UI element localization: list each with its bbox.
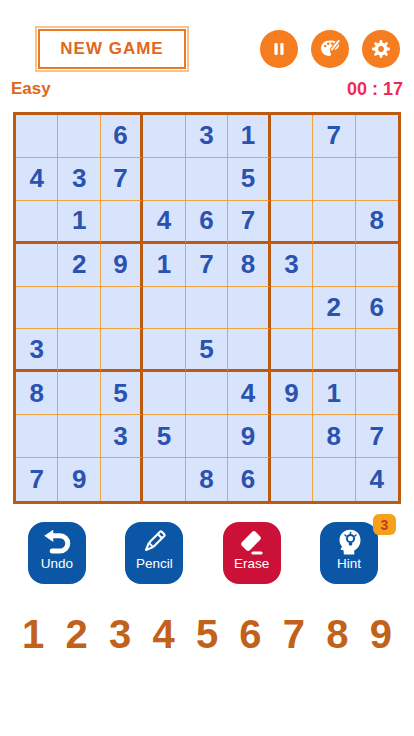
cell-r2c8[interactable] <box>313 158 355 201</box>
cell-r3c5[interactable]: 6 <box>186 201 228 244</box>
cell-r5c4[interactable] <box>143 287 185 330</box>
numpad-digit-4[interactable]: 4 <box>152 614 174 654</box>
cell-r5c5[interactable] <box>186 287 228 330</box>
cell-r8c8[interactable]: 8 <box>313 415 355 458</box>
theme-button[interactable] <box>311 30 349 68</box>
cell-r2c3[interactable]: 7 <box>101 158 143 201</box>
palette-icon <box>318 37 342 61</box>
cell-r5c7[interactable] <box>271 287 313 330</box>
cell-r9c3[interactable] <box>101 458 143 501</box>
numpad-digit-7[interactable]: 7 <box>283 614 305 654</box>
cell-r4c8[interactable] <box>313 244 355 287</box>
cell-r6c2[interactable] <box>58 329 100 372</box>
cell-r4c2[interactable]: 2 <box>58 244 100 287</box>
cell-r3c3[interactable] <box>101 201 143 244</box>
cell-r2c1[interactable]: 4 <box>16 158 58 201</box>
numpad: 123456789 <box>0 614 414 654</box>
hint-label: Hint <box>337 556 361 571</box>
cell-r1c3[interactable]: 6 <box>101 115 143 158</box>
cell-r6c5[interactable]: 5 <box>186 329 228 372</box>
cell-r3c9[interactable]: 8 <box>356 201 398 244</box>
cell-r6c4[interactable] <box>143 329 185 372</box>
cell-r2c9[interactable] <box>356 158 398 201</box>
cell-r3c8[interactable] <box>313 201 355 244</box>
cell-r9c8[interactable] <box>313 458 355 501</box>
pause-button[interactable] <box>260 30 298 68</box>
cell-r1c8[interactable]: 7 <box>313 115 355 158</box>
settings-gear-icon <box>369 37 393 61</box>
cell-r7c8[interactable]: 1 <box>313 372 355 415</box>
cell-r4c9[interactable] <box>356 244 398 287</box>
timer: 00 : 17 <box>347 79 403 100</box>
sudoku-app: NEW GAME <box>0 0 414 736</box>
cell-r2c7[interactable] <box>271 158 313 201</box>
undo-label: Undo <box>41 556 73 571</box>
cell-r6c6[interactable] <box>228 329 270 372</box>
cell-r5c1[interactable] <box>16 287 58 330</box>
cell-r4c4[interactable]: 1 <box>143 244 185 287</box>
cell-r9c7[interactable] <box>271 458 313 501</box>
header-icon-buttons <box>260 30 400 68</box>
cell-r6c1[interactable]: 3 <box>16 329 58 372</box>
cell-r1c2[interactable] <box>58 115 100 158</box>
cell-r4c6[interactable]: 8 <box>228 244 270 287</box>
cell-r2c5[interactable] <box>186 158 228 201</box>
cell-r7c5[interactable] <box>186 372 228 415</box>
cell-r6c9[interactable] <box>356 329 398 372</box>
cell-r8c6[interactable]: 9 <box>228 415 270 458</box>
cell-r3c2[interactable]: 1 <box>58 201 100 244</box>
numpad-digit-9[interactable]: 9 <box>370 614 392 654</box>
cell-r5c9[interactable]: 6 <box>356 287 398 330</box>
cell-r3c7[interactable] <box>271 201 313 244</box>
cell-r8c1[interactable] <box>16 415 58 458</box>
erase-label: Erase <box>234 556 269 571</box>
sudoku-board: 63174375146782917832635854913598779864 <box>13 112 401 504</box>
numpad-digit-2[interactable]: 2 <box>65 614 87 654</box>
cell-r9c2[interactable]: 9 <box>58 458 100 501</box>
cell-r3c1[interactable] <box>16 201 58 244</box>
pencil-button[interactable]: Pencil <box>125 522 183 584</box>
cell-r5c8[interactable]: 2 <box>313 287 355 330</box>
cell-r2c6[interactable]: 5 <box>228 158 270 201</box>
numpad-digit-8[interactable]: 8 <box>326 614 348 654</box>
cell-r8c5[interactable] <box>186 415 228 458</box>
cell-r9c6[interactable]: 6 <box>228 458 270 501</box>
cell-r9c4[interactable] <box>143 458 185 501</box>
new-game-button[interactable]: NEW GAME <box>38 29 186 69</box>
pencil-label: Pencil <box>136 556 173 571</box>
cell-r1c1[interactable] <box>16 115 58 158</box>
cell-r8c7[interactable] <box>271 415 313 458</box>
cell-r3c6[interactable]: 7 <box>228 201 270 244</box>
difficulty-label: Easy <box>11 79 51 99</box>
cell-r6c3[interactable] <box>101 329 143 372</box>
cell-r4c7[interactable]: 3 <box>271 244 313 287</box>
cell-r7c9[interactable] <box>356 372 398 415</box>
cell-r1c5[interactable]: 3 <box>186 115 228 158</box>
erase-button[interactable]: Erase <box>223 522 281 584</box>
numpad-digit-3[interactable]: 3 <box>109 614 131 654</box>
status-bar: Easy 00 : 17 <box>0 76 414 102</box>
cell-r8c3[interactable]: 3 <box>101 415 143 458</box>
toolbar: Undo Pencil <box>0 522 414 584</box>
cell-r9c5[interactable]: 8 <box>186 458 228 501</box>
cell-r2c4[interactable] <box>143 158 185 201</box>
pencil-icon <box>139 527 169 557</box>
cell-r7c3[interactable]: 5 <box>101 372 143 415</box>
cell-r8c4[interactable]: 5 <box>143 415 185 458</box>
settings-button[interactable] <box>362 30 400 68</box>
undo-button[interactable]: Undo <box>28 522 86 584</box>
cell-r1c4[interactable] <box>143 115 185 158</box>
numpad-digit-1[interactable]: 1 <box>22 614 44 654</box>
cell-r9c9[interactable]: 4 <box>356 458 398 501</box>
cell-r1c6[interactable]: 1 <box>228 115 270 158</box>
cell-r6c7[interactable] <box>271 329 313 372</box>
numpad-digit-5[interactable]: 5 <box>196 614 218 654</box>
cell-r9c1[interactable]: 7 <box>16 458 58 501</box>
hint-head-bulb-icon <box>334 527 364 557</box>
undo-icon <box>42 527 72 557</box>
cell-r4c3[interactable]: 9 <box>101 244 143 287</box>
cell-r1c7[interactable] <box>271 115 313 158</box>
numpad-digit-6[interactable]: 6 <box>239 614 261 654</box>
header: NEW GAME <box>0 28 414 70</box>
cell-r8c9[interactable]: 7 <box>356 415 398 458</box>
pause-icon <box>268 38 290 60</box>
cell-r7c6[interactable]: 4 <box>228 372 270 415</box>
cell-r5c3[interactable] <box>101 287 143 330</box>
cell-r7c1[interactable]: 8 <box>16 372 58 415</box>
hint-count-badge: 3 <box>373 514 396 535</box>
cell-r3c4[interactable]: 4 <box>143 201 185 244</box>
cell-r1c9[interactable] <box>356 115 398 158</box>
cell-r8c2[interactable] <box>58 415 100 458</box>
cell-r5c2[interactable] <box>58 287 100 330</box>
cell-r6c8[interactable] <box>313 329 355 372</box>
cell-r2c2[interactable]: 3 <box>58 158 100 201</box>
eraser-icon <box>237 527 267 557</box>
cell-r4c1[interactable] <box>16 244 58 287</box>
cell-r4c5[interactable]: 7 <box>186 244 228 287</box>
cell-r7c2[interactable] <box>58 372 100 415</box>
hint-button[interactable]: Hint <box>320 522 378 584</box>
cell-r5c6[interactable] <box>228 287 270 330</box>
cell-r7c7[interactable]: 9 <box>271 372 313 415</box>
cell-r7c4[interactable] <box>143 372 185 415</box>
